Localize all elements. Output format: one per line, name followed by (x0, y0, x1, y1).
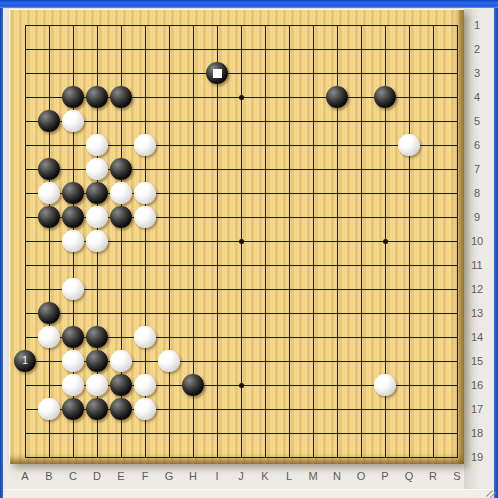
star-point (239, 239, 244, 244)
stone-black (38, 110, 60, 132)
stone-black (110, 374, 132, 396)
stone-white (86, 230, 108, 252)
row-label: 11 (462, 258, 492, 272)
grid-line (409, 25, 410, 458)
star-point (239, 95, 244, 100)
row-label: 9 (462, 210, 492, 224)
column-label: J (229, 470, 253, 483)
grid-line (25, 265, 458, 266)
stone-black (206, 62, 228, 84)
stone-white (134, 398, 156, 420)
stone-white (38, 326, 60, 348)
row-label: 16 (462, 378, 492, 392)
resize-grip-icon[interactable] (485, 488, 493, 496)
stone-white (374, 374, 396, 396)
stone-white (86, 134, 108, 156)
stone-white (86, 374, 108, 396)
stone-number-label: 1 (22, 356, 28, 366)
column-label: G (157, 470, 181, 483)
stone-black (110, 86, 132, 108)
last-move-square-marker (213, 69, 222, 78)
row-label: 17 (462, 402, 492, 416)
stone-white (110, 350, 132, 372)
stone-black (62, 398, 84, 420)
column-label: H (181, 470, 205, 483)
row-label: 8 (462, 186, 492, 200)
column-label: K (253, 470, 277, 483)
stone-white (134, 374, 156, 396)
column-label: P (373, 470, 397, 483)
column-label: E (109, 470, 133, 483)
row-label: 1 (462, 18, 492, 32)
stone-black (38, 302, 60, 324)
column-label: L (277, 470, 301, 483)
row-label: 2 (462, 42, 492, 56)
go-board[interactable]: 1 (9, 9, 464, 464)
grid-line (25, 289, 458, 290)
grid-line (457, 25, 458, 458)
row-label: 10 (462, 234, 492, 248)
stone-black (110, 398, 132, 420)
column-label: A (13, 470, 37, 483)
row-label: 19 (462, 450, 492, 464)
stone-black (62, 206, 84, 228)
row-label: 4 (462, 90, 492, 104)
stone-black (86, 350, 108, 372)
column-label: B (37, 470, 61, 483)
column-label: D (85, 470, 109, 483)
column-label: F (133, 470, 157, 483)
column-label: O (349, 470, 373, 483)
grid-line (433, 25, 434, 458)
row-label: 3 (462, 66, 492, 80)
star-point (239, 383, 244, 388)
column-label: S (445, 470, 469, 483)
stone-black (326, 86, 348, 108)
stone-white (134, 206, 156, 228)
window-right-edge[interactable] (494, 8, 498, 498)
stone-white (38, 182, 60, 204)
stone-black (86, 326, 108, 348)
stone-black (38, 206, 60, 228)
row-label: 15 (462, 354, 492, 368)
stone-black (62, 182, 84, 204)
stone-white (38, 398, 60, 420)
grid-line (25, 457, 458, 458)
window-top-edge[interactable] (0, 0, 498, 8)
row-label: 12 (462, 282, 492, 296)
grid-line (265, 25, 266, 458)
stone-black: 1 (14, 350, 36, 372)
stone-black (86, 86, 108, 108)
stone-white (110, 182, 132, 204)
row-label: 6 (462, 138, 492, 152)
stone-white (62, 278, 84, 300)
stone-white (134, 134, 156, 156)
stone-white (86, 158, 108, 180)
stone-black (86, 182, 108, 204)
column-label: N (325, 470, 349, 483)
stone-white (62, 374, 84, 396)
stone-black (110, 206, 132, 228)
column-label: I (205, 470, 229, 483)
window-left-edge[interactable] (0, 8, 3, 498)
column-label: R (421, 470, 445, 483)
column-label: M (301, 470, 325, 483)
stone-black (182, 374, 204, 396)
row-label: 18 (462, 426, 492, 440)
row-label: 7 (462, 162, 492, 176)
row-label: 13 (462, 306, 492, 320)
star-point (383, 239, 388, 244)
status-bar-divider (3, 489, 494, 498)
grid-line (289, 25, 290, 458)
stone-black (62, 86, 84, 108)
grid-line (313, 25, 314, 458)
stone-black (86, 398, 108, 420)
column-label: C (61, 470, 85, 483)
stone-white (398, 134, 420, 156)
stone-white (158, 350, 180, 372)
stone-black (38, 158, 60, 180)
grid-line (25, 433, 458, 434)
row-label: 5 (462, 114, 492, 128)
stone-black (374, 86, 396, 108)
grid-line (25, 313, 458, 314)
stone-white (134, 182, 156, 204)
board-shadow (464, 9, 494, 490)
grid-line (361, 25, 362, 458)
row-label: 14 (462, 330, 492, 344)
stone-white (62, 110, 84, 132)
stone-black (62, 326, 84, 348)
app-window: 1 ABCDEFGHIJKLMNOPQRS 123456789101112131… (0, 0, 498, 498)
stone-white (62, 350, 84, 372)
stone-black (110, 158, 132, 180)
stone-white (86, 206, 108, 228)
column-label: Q (397, 470, 421, 483)
stone-white (134, 326, 156, 348)
stone-white (62, 230, 84, 252)
